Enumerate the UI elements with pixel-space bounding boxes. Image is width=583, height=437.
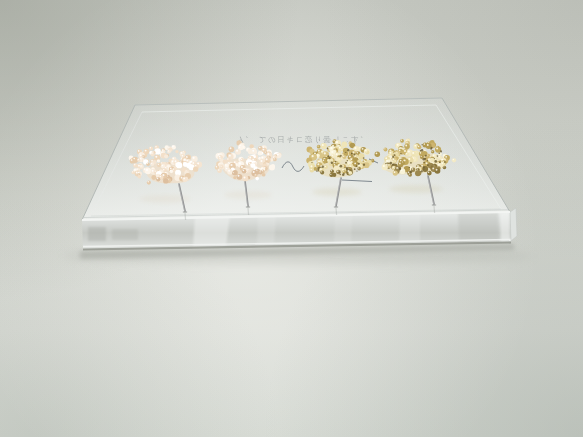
product-photo: ゛すこし曇り恋コキ日のて ゛ん xyxy=(0,0,583,437)
block-right-face xyxy=(510,208,517,241)
caption-group: ゛すこし曇り恋コキ日のて ゛ん xyxy=(234,135,367,144)
printed-caption: ゛すこし曇り恋コキ日のて ゛ん xyxy=(234,135,367,144)
photo-canvas: ゛すこし曇り恋コキ日のて ゛ん xyxy=(0,0,583,437)
